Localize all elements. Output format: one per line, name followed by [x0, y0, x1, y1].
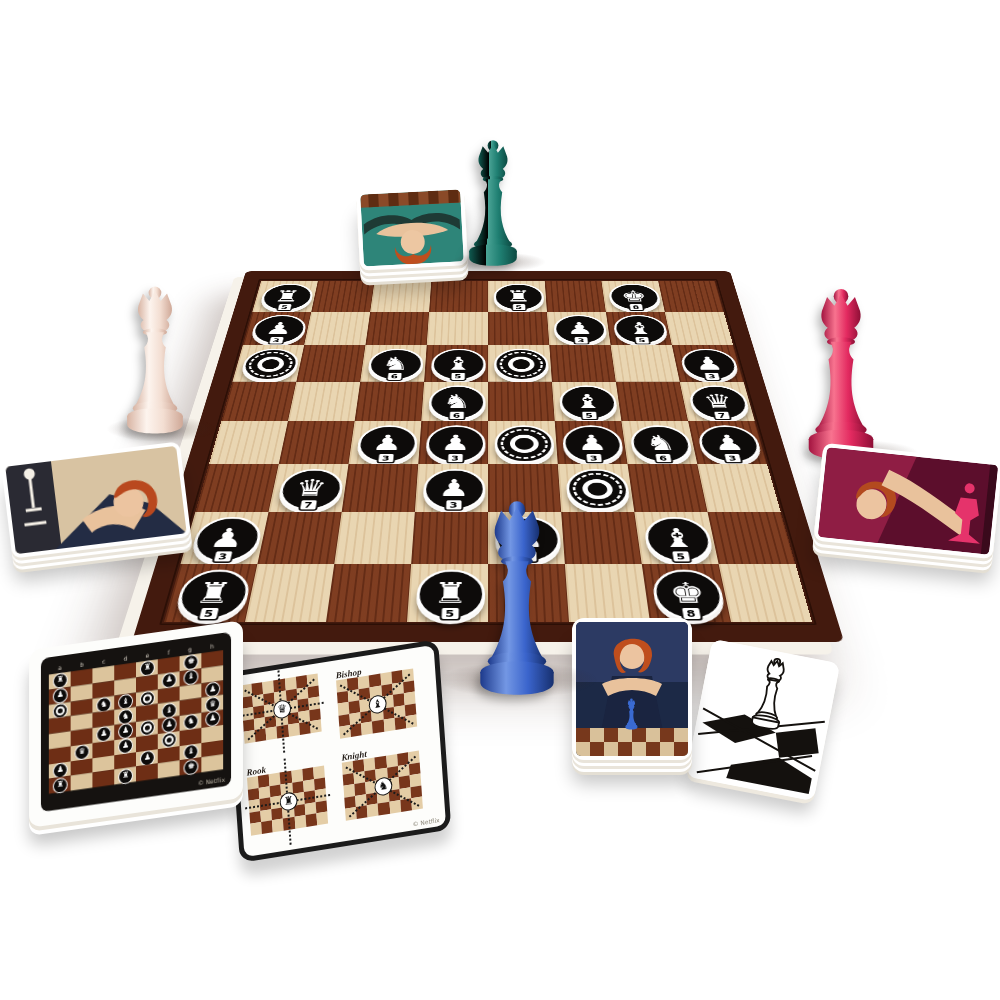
diagram-square — [272, 819, 284, 832]
token-value: 6 — [653, 453, 673, 463]
token-pawn-3[interactable]: ♟3 — [678, 349, 740, 380]
token-bishop-5[interactable]: ♝5 — [558, 385, 618, 419]
token-sun-token[interactable] — [494, 349, 549, 380]
token-bishop-5[interactable]: ♝5 — [642, 517, 715, 562]
square-f8 — [545, 281, 606, 312]
token-pawn-3[interactable]: ♟3 — [425, 425, 485, 462]
token-glyph-king: ♚ — [185, 759, 198, 774]
diagram-square — [367, 804, 379, 817]
diagram-square — [316, 812, 328, 825]
mini-token-king-8: ♚ — [184, 758, 199, 775]
token-glyph-rook: ♜ — [119, 769, 132, 784]
card-art-left-sideways-portrait — [5, 446, 186, 554]
blue-queen-piece[interactable] — [452, 498, 582, 698]
square-d8 — [429, 281, 488, 312]
square-b1 — [71, 773, 93, 791]
square-e5 — [488, 382, 555, 422]
square-g7: ♝5 — [606, 312, 672, 346]
mini-token-rook-5: ♜ — [53, 777, 68, 794]
square-b8 — [311, 281, 374, 312]
card-art-top-upside-down-portrait — [360, 189, 464, 266]
queen-movement-diagram: ♛ — [241, 672, 329, 759]
token-glyph-rook: ♜ — [54, 778, 67, 793]
square-e8: ♜5 — [488, 281, 547, 312]
square-c2 — [334, 512, 415, 564]
square-a5 — [221, 382, 296, 422]
square-c3 — [342, 464, 419, 511]
token-pawn-3[interactable]: ♟3 — [553, 315, 608, 344]
square-f7: ♟3 — [547, 312, 611, 346]
token-queen-7[interactable]: ♛7 — [276, 469, 345, 510]
token-value: 3 — [573, 336, 590, 344]
queen-sketch-card[interactable] — [686, 639, 840, 801]
token-sun-token[interactable] — [239, 349, 301, 380]
square-a3 — [195, 464, 278, 511]
square-a1: ♜5 — [164, 564, 257, 622]
diagram-square — [389, 800, 401, 813]
square-g8: ♚8 — [601, 281, 664, 312]
bishop-movement-diagram: Bishop ♝ — [335, 657, 423, 744]
square-c1 — [326, 564, 411, 622]
square-g1: ♚8 — [642, 564, 731, 622]
diagram-square — [305, 814, 317, 827]
square-b4 — [279, 421, 355, 464]
square-a8: ♜5 — [252, 281, 318, 312]
card-deck-right[interactable] — [813, 443, 1000, 559]
token-knight-6[interactable]: ♞6 — [628, 425, 694, 462]
diagram-square — [266, 727, 278, 740]
square-h7 — [665, 312, 733, 346]
diagram-square — [288, 723, 300, 736]
square-c1 — [92, 770, 114, 788]
square-h6: ♟3 — [672, 345, 744, 381]
token-value: 6 — [386, 372, 403, 381]
token-value: 3 — [584, 453, 603, 463]
card-deck-top[interactable] — [356, 185, 468, 271]
token-pawn-3[interactable]: ♟3 — [249, 315, 308, 344]
file-letter: g — [188, 646, 192, 653]
token-pawn-3[interactable]: ♟3 — [355, 425, 418, 462]
square-g5 — [616, 382, 688, 422]
token-value: 5 — [449, 372, 466, 381]
copyright-text: © Netflix — [198, 776, 225, 787]
card-deck-bottom[interactable] — [572, 618, 692, 760]
token-king-8[interactable]: ♚8 — [650, 569, 727, 619]
token-value: 5 — [670, 550, 692, 563]
token-value: 3 — [702, 372, 721, 381]
copyright-text: © Netflix — [412, 816, 440, 827]
square-b1 — [245, 564, 334, 622]
diagram-square — [250, 822, 262, 835]
product-photo-scene: ♜5♜5♚8♟3♟3♝5♞6♝5♟3♞6♝5♛7♟3♟3♟3♞6♟3♛7♟3♟3… — [0, 0, 1000, 1000]
setup-mini-board: ♜♜♚♟♟♝♞♝♟♞♝♛♟♟♟♞♟♛♟♟♟♝♜♜♚ — [49, 650, 223, 794]
square-b3: ♛7 — [269, 464, 349, 511]
square-b7 — [304, 312, 370, 346]
diagram-square — [361, 722, 373, 735]
token-value: 5 — [276, 303, 293, 310]
square-h1 — [719, 564, 812, 622]
token-value: 3 — [722, 453, 743, 463]
square-g4: ♞6 — [621, 421, 697, 464]
file-letter: d — [124, 656, 128, 663]
token-knight-6[interactable]: ♞6 — [366, 349, 423, 380]
mini-token-rook-5: ♜ — [118, 767, 133, 784]
token-rook-5[interactable]: ♜5 — [258, 283, 315, 310]
token-value: 5 — [196, 606, 220, 620]
diagram-square — [372, 720, 384, 733]
token-value: 8 — [628, 303, 645, 310]
square-f4: ♟3 — [555, 421, 628, 464]
rook-movement-diagram: Rook ♜ — [246, 755, 334, 842]
token-value: 5 — [580, 410, 598, 420]
pink-queen-piece[interactable] — [796, 286, 886, 462]
token-value: 3 — [446, 453, 464, 463]
token-bishop-5[interactable]: ♝5 — [430, 349, 485, 380]
token-rook-5[interactable]: ♜5 — [172, 569, 253, 619]
square-g6 — [611, 345, 680, 381]
square-e6 — [488, 345, 552, 381]
token-pawn-3[interactable]: ♟3 — [561, 425, 624, 462]
square-d5: ♞6 — [421, 382, 488, 422]
square-d1: ♜ — [114, 767, 136, 785]
teal-queen-piece[interactable] — [460, 138, 526, 268]
card-art-right-sideways-portrait — [818, 447, 998, 554]
square-h1 — [201, 754, 223, 772]
square-a4 — [209, 421, 288, 464]
diagram-square — [383, 718, 395, 731]
token-pawn-3[interactable]: ♟3 — [695, 425, 763, 462]
token-value: 6 — [448, 410, 466, 420]
token-value: 7 — [298, 499, 319, 510]
file-letter: a — [58, 665, 62, 672]
square-f5: ♝5 — [552, 382, 622, 422]
file-letter: e — [146, 652, 150, 659]
file-letter: c — [102, 659, 105, 666]
token-value: 3 — [211, 550, 234, 563]
square-g1: ♚ — [180, 757, 202, 775]
token-value: 5 — [633, 336, 650, 344]
square-h3 — [697, 464, 780, 511]
diagram-square — [294, 815, 306, 828]
square-c8 — [370, 281, 431, 312]
square-b6 — [296, 345, 365, 381]
file-letter: h — [210, 643, 214, 650]
token-knight-6[interactable]: ♞6 — [428, 385, 486, 419]
square-h8 — [658, 281, 724, 312]
square-c4: ♟3 — [348, 421, 421, 464]
token-king-8[interactable]: ♚8 — [607, 283, 662, 310]
token-queen-7[interactable]: ♛7 — [686, 385, 751, 419]
token-value: 3 — [376, 453, 395, 463]
square-e7 — [488, 312, 549, 346]
setup-card-frame: abcdefgh ♜♜♚♟♟♝♞♝♟♞♝♛♟♟♟♞♟♛♟♟♟♝♜♜♚ © Net… — [41, 632, 231, 812]
square-f1 — [158, 761, 180, 779]
square-a1: ♜ — [49, 776, 71, 794]
square-g2: ♝5 — [634, 512, 718, 564]
square-c7 — [365, 312, 429, 346]
square-h5: ♛7 — [680, 382, 755, 422]
movement-reference-sheet[interactable]: ♛ Bishop ♝ Rook ♜ Knight ♞ © Netflix — [227, 639, 452, 863]
square-d4: ♟3 — [418, 421, 488, 464]
queen-sketch-art — [686, 639, 840, 801]
card-art-bottom-portrait — [576, 622, 688, 756]
ivory-queen-piece[interactable] — [114, 284, 196, 436]
square-d6: ♝5 — [424, 345, 488, 381]
file-letter: f — [168, 650, 170, 656]
square-d7 — [427, 312, 488, 346]
knight-movement-diagram: Knight ♞ — [341, 740, 429, 827]
square-c6: ♞6 — [360, 345, 426, 381]
square-b5 — [288, 382, 360, 422]
token-value: 7 — [712, 410, 732, 420]
square-a2: ♟3 — [180, 512, 268, 564]
square-a6 — [232, 345, 304, 381]
file-letter: b — [80, 662, 84, 669]
square-f6 — [549, 345, 615, 381]
setup-reference-card[interactable]: abcdefgh ♜♜♚♟♟♝♞♝♟♞♝♛♟♟♟♞♟♛♟♟♟♝♜♜♚ © Net… — [29, 620, 243, 828]
diagram-square — [378, 802, 390, 815]
square-h2 — [707, 512, 795, 564]
diagram-square — [261, 821, 273, 834]
token-value: 5 — [511, 303, 526, 310]
square-e4 — [488, 421, 558, 464]
square-b2 — [257, 512, 341, 564]
square-c5 — [355, 382, 425, 422]
token-value: 3 — [267, 336, 285, 344]
square-a7: ♟3 — [243, 312, 311, 346]
token-bishop-5[interactable]: ♝5 — [612, 315, 669, 344]
token-rook-5[interactable]: ♜5 — [493, 283, 544, 310]
square-e1 — [136, 764, 158, 782]
square-h4: ♟3 — [688, 421, 767, 464]
token-pawn-3[interactable]: ♟3 — [188, 517, 264, 562]
token-sun-token[interactable] — [494, 425, 554, 462]
square-g3 — [628, 464, 708, 511]
